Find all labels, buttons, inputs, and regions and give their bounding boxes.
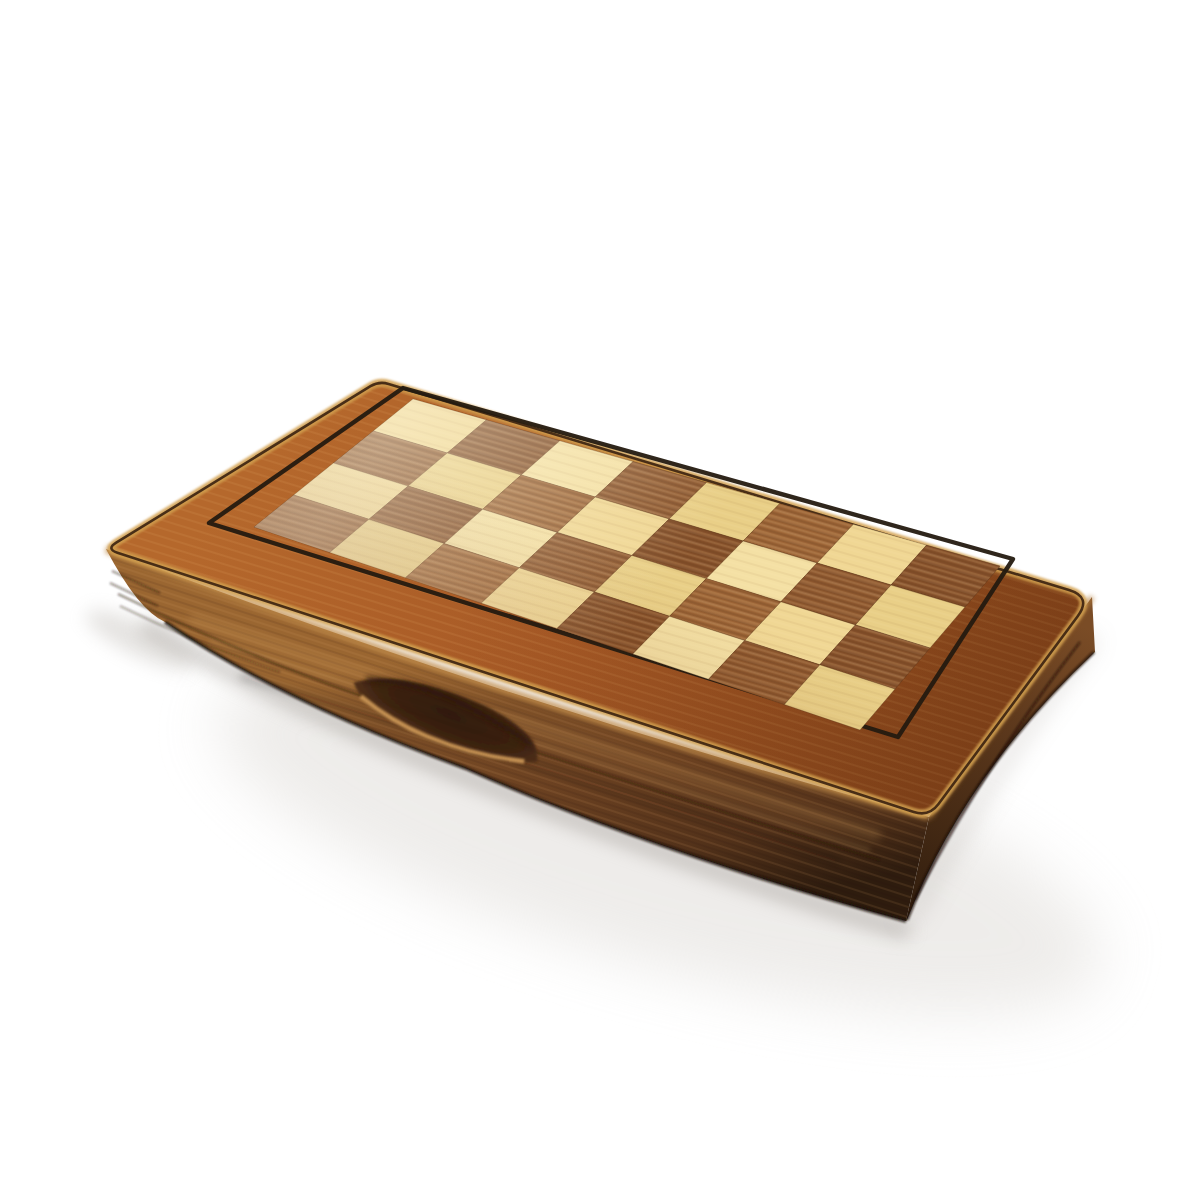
chessboard-box-scene — [0, 0, 1200, 1200]
chessboard-box-photo — [0, 0, 1200, 1200]
product-photo — [0, 0, 1200, 1200]
